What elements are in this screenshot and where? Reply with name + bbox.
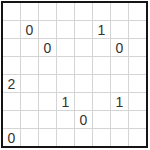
cell-r0c0[interactable] — [3, 3, 20, 20]
cell-r1c2[interactable] — [39, 21, 56, 38]
clue-cell-r2c6: 0 — [111, 39, 128, 56]
cell-r4c5[interactable] — [93, 75, 110, 92]
cell-r7c5[interactable] — [93, 129, 110, 146]
cell-r7c4[interactable] — [75, 129, 92, 146]
cell-r3c7[interactable] — [129, 57, 146, 74]
cell-r4c2[interactable] — [39, 75, 56, 92]
cell-r5c1[interactable] — [21, 93, 38, 110]
cell-r7c3[interactable] — [57, 129, 74, 146]
cell-r6c3[interactable] — [57, 111, 74, 128]
cell-r6c1[interactable] — [21, 111, 38, 128]
clue-cell-r1c1: 0 — [21, 21, 38, 38]
clue-cell-r4c0: 2 — [3, 75, 20, 92]
cell-r5c4[interactable] — [75, 93, 92, 110]
clue-cell-r2c2: 0 — [39, 39, 56, 56]
cell-r6c5[interactable] — [93, 111, 110, 128]
cell-r5c7[interactable] — [129, 93, 146, 110]
cell-r3c0[interactable] — [3, 57, 20, 74]
cell-r2c5[interactable] — [93, 39, 110, 56]
cell-r2c4[interactable] — [75, 39, 92, 56]
cell-r2c7[interactable] — [129, 39, 146, 56]
clue-cell-r5c6: 1 — [111, 93, 128, 110]
cell-r0c4[interactable] — [75, 3, 92, 20]
cell-r3c5[interactable] — [93, 57, 110, 74]
clue-cell-r5c3: 1 — [57, 93, 74, 110]
cell-r0c3[interactable] — [57, 3, 74, 20]
cell-r4c3[interactable] — [57, 75, 74, 92]
cell-r7c2[interactable] — [39, 129, 56, 146]
cell-r1c3[interactable] — [57, 21, 74, 38]
cell-r2c1[interactable] — [21, 39, 38, 56]
cell-r7c1[interactable] — [21, 129, 38, 146]
cell-r3c3[interactable] — [57, 57, 74, 74]
cell-r6c0[interactable] — [3, 111, 20, 128]
cell-r6c7[interactable] — [129, 111, 146, 128]
cell-r4c6[interactable] — [111, 75, 128, 92]
cell-r3c2[interactable] — [39, 57, 56, 74]
cell-r5c0[interactable] — [3, 93, 20, 110]
cell-r5c5[interactable] — [93, 93, 110, 110]
cell-r0c2[interactable] — [39, 3, 56, 20]
cell-r0c5[interactable] — [93, 3, 110, 20]
cell-r0c7[interactable] — [129, 3, 146, 20]
cell-r1c0[interactable] — [3, 21, 20, 38]
clue-cell-r7c0: 0 — [3, 129, 20, 146]
cell-r0c1[interactable] — [21, 3, 38, 20]
cell-r3c6[interactable] — [111, 57, 128, 74]
cell-r0c6[interactable] — [111, 3, 128, 20]
cell-r7c6[interactable] — [111, 129, 128, 146]
cell-r5c2[interactable] — [39, 93, 56, 110]
cell-r4c1[interactable] — [21, 75, 38, 92]
clue-cell-r6c4: 0 — [75, 111, 92, 128]
cell-r7c7[interactable] — [129, 129, 146, 146]
cell-r6c6[interactable] — [111, 111, 128, 128]
cell-r2c0[interactable] — [3, 39, 20, 56]
clue-cell-r1c5: 1 — [93, 21, 110, 38]
cell-r1c7[interactable] — [129, 21, 146, 38]
cell-r4c7[interactable] — [129, 75, 146, 92]
cell-r6c2[interactable] — [39, 111, 56, 128]
cell-r3c4[interactable] — [75, 57, 92, 74]
puzzle-board: 010021100 — [1, 1, 148, 148]
cell-r4c4[interactable] — [75, 75, 92, 92]
cell-r3c1[interactable] — [21, 57, 38, 74]
cell-r1c6[interactable] — [111, 21, 128, 38]
cell-r2c3[interactable] — [57, 39, 74, 56]
cell-r1c4[interactable] — [75, 21, 92, 38]
